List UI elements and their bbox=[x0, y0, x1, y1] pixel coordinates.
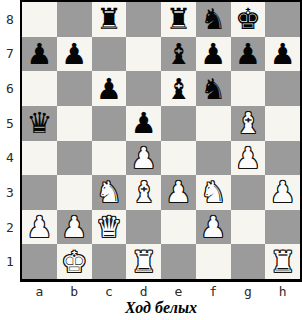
piece-white-knight-f3[interactable]: ♞ bbox=[200, 175, 226, 209]
rank-label-2: 2 bbox=[0, 210, 20, 245]
square-e3[interactable]: ♟ bbox=[161, 175, 196, 210]
piece-black-knight-f8[interactable]: ♞ bbox=[200, 2, 226, 36]
square-h7[interactable]: ♟ bbox=[265, 37, 300, 72]
square-b6[interactable] bbox=[57, 71, 92, 106]
piece-white-pawn-h3[interactable]: ♟ bbox=[270, 175, 296, 209]
square-b4[interactable] bbox=[57, 141, 92, 176]
square-g1[interactable] bbox=[231, 244, 266, 279]
square-d2[interactable] bbox=[126, 210, 161, 245]
square-e5[interactable] bbox=[161, 106, 196, 141]
piece-white-rook-d1[interactable]: ♜ bbox=[131, 245, 157, 279]
square-c7[interactable] bbox=[92, 37, 127, 72]
square-f6[interactable]: ♞ bbox=[196, 71, 231, 106]
square-b8[interactable] bbox=[57, 2, 92, 37]
piece-white-pawn-a2[interactable]: ♟ bbox=[26, 210, 52, 244]
piece-black-pawn-g7[interactable]: ♟ bbox=[235, 37, 261, 71]
piece-white-bishop-g5[interactable]: ♝ bbox=[235, 106, 261, 140]
piece-white-queen-c2[interactable]: ♛ bbox=[96, 210, 122, 244]
square-d6[interactable] bbox=[126, 71, 161, 106]
square-a1[interactable] bbox=[22, 244, 57, 279]
piece-white-pawn-e3[interactable]: ♟ bbox=[165, 175, 191, 209]
piece-white-pawn-d4[interactable]: ♟ bbox=[131, 141, 157, 175]
square-f5[interactable] bbox=[196, 106, 231, 141]
square-g2[interactable] bbox=[231, 210, 266, 245]
piece-white-king-b1[interactable]: ♚ bbox=[61, 245, 87, 279]
rank-label-8: 8 bbox=[0, 2, 20, 37]
square-g7[interactable]: ♟ bbox=[231, 37, 266, 72]
piece-black-pawn-d5[interactable]: ♟ bbox=[131, 106, 157, 140]
square-e7[interactable]: ♝ bbox=[161, 37, 196, 72]
square-f3[interactable]: ♞ bbox=[196, 175, 231, 210]
square-e4[interactable] bbox=[161, 141, 196, 176]
piece-black-pawn-h7[interactable]: ♟ bbox=[270, 37, 296, 71]
board-frame: ♜♜♞♚♟♟♝♟♟♟♟♝♞♛♟♝♟♟♞♝♟♞♟♟♟♛♟♚♜♜ bbox=[20, 0, 302, 282]
piece-black-pawn-b7[interactable]: ♟ bbox=[61, 37, 87, 71]
piece-white-knight-c3[interactable]: ♞ bbox=[96, 175, 122, 209]
square-h5[interactable] bbox=[265, 106, 300, 141]
piece-black-king-g8[interactable]: ♚ bbox=[235, 2, 261, 36]
square-a6[interactable] bbox=[22, 71, 57, 106]
square-c6[interactable]: ♟ bbox=[92, 71, 127, 106]
square-f4[interactable] bbox=[196, 141, 231, 176]
piece-black-bishop-e6[interactable]: ♝ bbox=[165, 72, 191, 106]
square-h3[interactable]: ♟ bbox=[265, 175, 300, 210]
square-c8[interactable]: ♜ bbox=[92, 2, 127, 37]
chess-diagram: 87654321 ♜♜♞♚♟♟♝♟♟♟♟♝♞♛♟♝♟♟♞♝♟♞♟♟♟♛♟♚♜♜ … bbox=[0, 0, 302, 320]
rank-label-1: 1 bbox=[0, 244, 20, 279]
square-b1[interactable]: ♚ bbox=[57, 244, 92, 279]
rank-label-4: 4 bbox=[0, 141, 20, 176]
square-f7[interactable]: ♟ bbox=[196, 37, 231, 72]
square-c1[interactable] bbox=[92, 244, 127, 279]
square-g3[interactable] bbox=[231, 175, 266, 210]
piece-black-queen-a5[interactable]: ♛ bbox=[26, 106, 52, 140]
square-b3[interactable] bbox=[57, 175, 92, 210]
square-e8[interactable]: ♜ bbox=[161, 2, 196, 37]
square-h1[interactable]: ♜ bbox=[265, 244, 300, 279]
square-h4[interactable] bbox=[265, 141, 300, 176]
square-c4[interactable] bbox=[92, 141, 127, 176]
piece-black-pawn-c6[interactable]: ♟ bbox=[96, 72, 122, 106]
square-d8[interactable] bbox=[126, 2, 161, 37]
chess-board: ♜♜♞♚♟♟♝♟♟♟♟♝♞♛♟♝♟♟♞♝♟♞♟♟♟♛♟♚♜♜ bbox=[22, 2, 300, 279]
piece-black-bishop-e7[interactable]: ♝ bbox=[165, 37, 191, 71]
piece-black-rook-c8[interactable]: ♜ bbox=[96, 2, 122, 36]
piece-black-pawn-f7[interactable]: ♟ bbox=[200, 37, 226, 71]
square-b2[interactable]: ♟ bbox=[57, 210, 92, 245]
square-g5[interactable]: ♝ bbox=[231, 106, 266, 141]
piece-black-knight-f6[interactable]: ♞ bbox=[200, 72, 226, 106]
square-d7[interactable] bbox=[126, 37, 161, 72]
square-g6[interactable] bbox=[231, 71, 266, 106]
square-b5[interactable] bbox=[57, 106, 92, 141]
rank-labels: 87654321 bbox=[0, 2, 20, 279]
square-f1[interactable] bbox=[196, 244, 231, 279]
square-h8[interactable] bbox=[265, 2, 300, 37]
piece-white-pawn-b2[interactable]: ♟ bbox=[61, 210, 87, 244]
square-a4[interactable] bbox=[22, 141, 57, 176]
square-b7[interactable]: ♟ bbox=[57, 37, 92, 72]
square-d1[interactable]: ♜ bbox=[126, 244, 161, 279]
square-a3[interactable] bbox=[22, 175, 57, 210]
square-d3[interactable]: ♝ bbox=[126, 175, 161, 210]
square-f2[interactable]: ♟ bbox=[196, 210, 231, 245]
piece-black-pawn-a7[interactable]: ♟ bbox=[26, 37, 52, 71]
rank-label-7: 7 bbox=[0, 37, 20, 72]
move-indicator-caption: Ход белых bbox=[20, 298, 302, 320]
rank-label-3: 3 bbox=[0, 175, 20, 210]
piece-white-bishop-d3[interactable]: ♝ bbox=[131, 175, 157, 209]
square-a2[interactable]: ♟ bbox=[22, 210, 57, 245]
piece-white-rook-h1[interactable]: ♜ bbox=[270, 245, 296, 279]
square-d4[interactable]: ♟ bbox=[126, 141, 161, 176]
rank-label-5: 5 bbox=[0, 106, 20, 141]
piece-white-pawn-g4[interactable]: ♟ bbox=[235, 141, 261, 175]
square-h6[interactable] bbox=[265, 71, 300, 106]
square-h2[interactable] bbox=[265, 210, 300, 245]
square-a7[interactable]: ♟ bbox=[22, 37, 57, 72]
square-e1[interactable] bbox=[161, 244, 196, 279]
piece-black-rook-e8[interactable]: ♜ bbox=[165, 2, 191, 36]
square-a8[interactable] bbox=[22, 2, 57, 37]
square-c2[interactable]: ♛ bbox=[92, 210, 127, 245]
piece-white-pawn-f2[interactable]: ♟ bbox=[200, 210, 226, 244]
square-e6[interactable]: ♝ bbox=[161, 71, 196, 106]
square-f8[interactable]: ♞ bbox=[196, 2, 231, 37]
square-c3[interactable]: ♞ bbox=[92, 175, 127, 210]
square-g8[interactable]: ♚ bbox=[231, 2, 266, 37]
square-d5[interactable]: ♟ bbox=[126, 106, 161, 141]
square-g4[interactable]: ♟ bbox=[231, 141, 266, 176]
rank-label-6: 6 bbox=[0, 71, 20, 106]
square-c5[interactable] bbox=[92, 106, 127, 141]
square-a5[interactable]: ♛ bbox=[22, 106, 57, 141]
square-e2[interactable] bbox=[161, 210, 196, 245]
